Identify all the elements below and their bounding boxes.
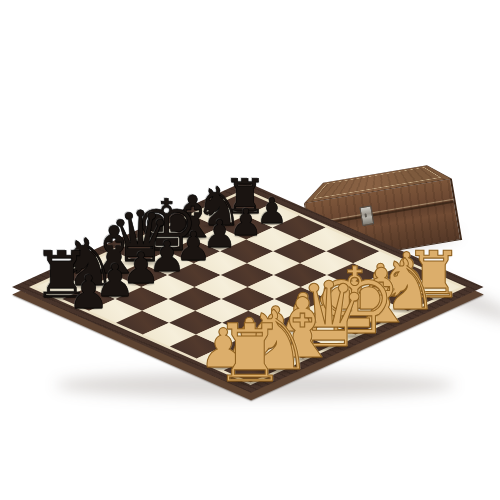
chess-scene: ♜♞♝♛♚♝♞♜♟♟♟♟♟♟♟♟♟♟♟♟♟♟♟♟♜♞♝♛♚♝♞♜ [0,0,500,500]
box-clasp-icon [359,205,374,226]
